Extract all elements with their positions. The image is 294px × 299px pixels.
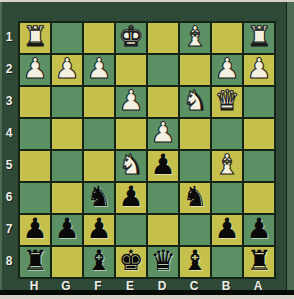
chess-board: ♜♚♝♜♟♟♟♟♟♟♞♛♟♞♟♝♞♟♞♟♟♟♟♟♜♝♚♛♝♜ <box>18 21 276 279</box>
square-g8[interactable] <box>51 246 83 278</box>
square-d3[interactable] <box>147 86 179 118</box>
square-e1[interactable]: ♚ <box>115 22 147 54</box>
square-c5[interactable] <box>179 150 211 182</box>
square-b6[interactable] <box>211 182 243 214</box>
piece-white-pawn[interactable]: ♟ <box>86 55 111 83</box>
square-a7[interactable]: ♟ <box>243 214 275 246</box>
square-d8[interactable]: ♛ <box>147 246 179 278</box>
piece-black-queen[interactable]: ♛ <box>150 247 175 275</box>
piece-black-pawn[interactable]: ♟ <box>246 215 271 243</box>
square-f7[interactable]: ♟ <box>83 214 115 246</box>
square-b3[interactable]: ♛ <box>211 86 243 118</box>
window-bevel-top <box>0 0 294 2</box>
piece-white-knight[interactable]: ♞ <box>118 151 143 179</box>
square-e4[interactable] <box>115 118 147 150</box>
square-d6[interactable] <box>147 182 179 214</box>
file-label-f: F <box>82 280 114 292</box>
piece-black-pawn[interactable]: ♟ <box>54 215 79 243</box>
piece-black-king[interactable]: ♚ <box>118 247 143 275</box>
square-f2[interactable]: ♟ <box>83 54 115 86</box>
square-h4[interactable] <box>19 118 51 150</box>
square-g3[interactable] <box>51 86 83 118</box>
square-f8[interactable]: ♝ <box>83 246 115 278</box>
piece-white-pawn[interactable]: ♟ <box>54 55 79 83</box>
square-c2[interactable] <box>179 54 211 86</box>
square-d1[interactable] <box>147 22 179 54</box>
file-label-a: A <box>242 280 274 292</box>
square-a3[interactable] <box>243 86 275 118</box>
square-b5[interactable]: ♝ <box>211 150 243 182</box>
square-h2[interactable]: ♟ <box>19 54 51 86</box>
piece-white-rook[interactable]: ♜ <box>246 23 271 51</box>
rank-label-3: 3 <box>0 85 18 117</box>
rank-label-2: 2 <box>0 53 18 85</box>
file-label-d: D <box>146 280 178 292</box>
rank-label-5: 5 <box>0 149 18 181</box>
square-e2[interactable] <box>115 54 147 86</box>
square-g5[interactable] <box>51 150 83 182</box>
piece-black-pawn[interactable]: ♟ <box>214 215 239 243</box>
file-label-c: C <box>178 280 210 292</box>
square-a5[interactable] <box>243 150 275 182</box>
square-h3[interactable] <box>19 86 51 118</box>
square-a6[interactable] <box>243 182 275 214</box>
piece-black-pawn[interactable]: ♟ <box>118 183 143 211</box>
square-e5[interactable]: ♞ <box>115 150 147 182</box>
square-h8[interactable]: ♜ <box>19 246 51 278</box>
chess-window: 12345678 ♜♚♝♜♟♟♟♟♟♟♞♛♟♞♟♝♞♟♞♟♟♟♟♟♜♝♚♛♝♜ … <box>0 0 294 299</box>
piece-black-rook[interactable]: ♜ <box>22 247 47 275</box>
piece-white-pawn[interactable]: ♟ <box>246 55 271 83</box>
rank-label-7: 7 <box>0 213 18 245</box>
rank-label-8: 8 <box>0 245 18 277</box>
piece-white-pawn[interactable]: ♟ <box>22 55 47 83</box>
rank-label-4: 4 <box>0 117 18 149</box>
piece-white-bishop[interactable]: ♝ <box>214 151 239 179</box>
square-h6[interactable] <box>19 182 51 214</box>
square-c3[interactable]: ♞ <box>179 86 211 118</box>
square-a8[interactable]: ♜ <box>243 246 275 278</box>
file-label-h: H <box>18 280 50 292</box>
square-g2[interactable]: ♟ <box>51 54 83 86</box>
piece-black-bishop[interactable]: ♝ <box>86 247 111 275</box>
square-e3[interactable]: ♟ <box>115 86 147 118</box>
square-b1[interactable] <box>211 22 243 54</box>
square-b8[interactable] <box>211 246 243 278</box>
piece-black-pawn[interactable]: ♟ <box>86 215 111 243</box>
square-c8[interactable]: ♝ <box>179 246 211 278</box>
file-labels: HGFEDCBA <box>18 280 274 292</box>
square-d5[interactable]: ♟ <box>147 150 179 182</box>
piece-white-queen[interactable]: ♛ <box>214 87 239 115</box>
piece-white-pawn[interactable]: ♟ <box>150 119 175 147</box>
square-a4[interactable] <box>243 118 275 150</box>
square-g7[interactable]: ♟ <box>51 214 83 246</box>
square-f4[interactable] <box>83 118 115 150</box>
square-a1[interactable]: ♜ <box>243 22 275 54</box>
square-c7[interactable] <box>179 214 211 246</box>
square-g6[interactable] <box>51 182 83 214</box>
square-h7[interactable]: ♟ <box>19 214 51 246</box>
square-b4[interactable] <box>211 118 243 150</box>
piece-black-knight[interactable]: ♞ <box>182 183 207 211</box>
piece-white-knight[interactable]: ♞ <box>182 87 207 115</box>
rank-label-1: 1 <box>0 21 18 53</box>
piece-black-knight[interactable]: ♞ <box>86 183 111 211</box>
file-label-g: G <box>50 280 82 292</box>
rank-label-6: 6 <box>0 181 18 213</box>
square-d7[interactable] <box>147 214 179 246</box>
square-b7[interactable]: ♟ <box>211 214 243 246</box>
square-h1[interactable]: ♜ <box>19 22 51 54</box>
square-h5[interactable] <box>19 150 51 182</box>
square-f3[interactable] <box>83 86 115 118</box>
square-g4[interactable] <box>51 118 83 150</box>
piece-white-rook[interactable]: ♜ <box>22 23 47 51</box>
piece-black-pawn[interactable]: ♟ <box>22 215 47 243</box>
rank-labels: 12345678 <box>0 21 18 277</box>
square-c6[interactable]: ♞ <box>179 182 211 214</box>
square-d2[interactable] <box>147 54 179 86</box>
square-e8[interactable]: ♚ <box>115 246 147 278</box>
file-label-b: B <box>210 280 242 292</box>
window-bevel-bottom-light <box>0 295 294 299</box>
file-label-e: E <box>114 280 146 292</box>
square-f5[interactable] <box>83 150 115 182</box>
piece-black-rook[interactable]: ♜ <box>246 247 271 275</box>
square-a2[interactable]: ♟ <box>243 54 275 86</box>
piece-white-pawn[interactable]: ♟ <box>214 55 239 83</box>
piece-black-pawn[interactable]: ♟ <box>150 151 175 179</box>
piece-white-bishop[interactable]: ♝ <box>182 23 207 51</box>
square-b2[interactable]: ♟ <box>211 54 243 86</box>
window-bevel-right <box>286 2 294 290</box>
square-g1[interactable] <box>51 22 83 54</box>
square-f1[interactable] <box>83 22 115 54</box>
square-e6[interactable]: ♟ <box>115 182 147 214</box>
square-f6[interactable]: ♞ <box>83 182 115 214</box>
square-d4[interactable]: ♟ <box>147 118 179 150</box>
square-e7[interactable] <box>115 214 147 246</box>
square-c1[interactable]: ♝ <box>179 22 211 54</box>
piece-white-pawn[interactable]: ♟ <box>118 87 143 115</box>
piece-white-king[interactable]: ♚ <box>118 23 143 51</box>
square-c4[interactable] <box>179 118 211 150</box>
piece-black-bishop[interactable]: ♝ <box>182 247 207 275</box>
